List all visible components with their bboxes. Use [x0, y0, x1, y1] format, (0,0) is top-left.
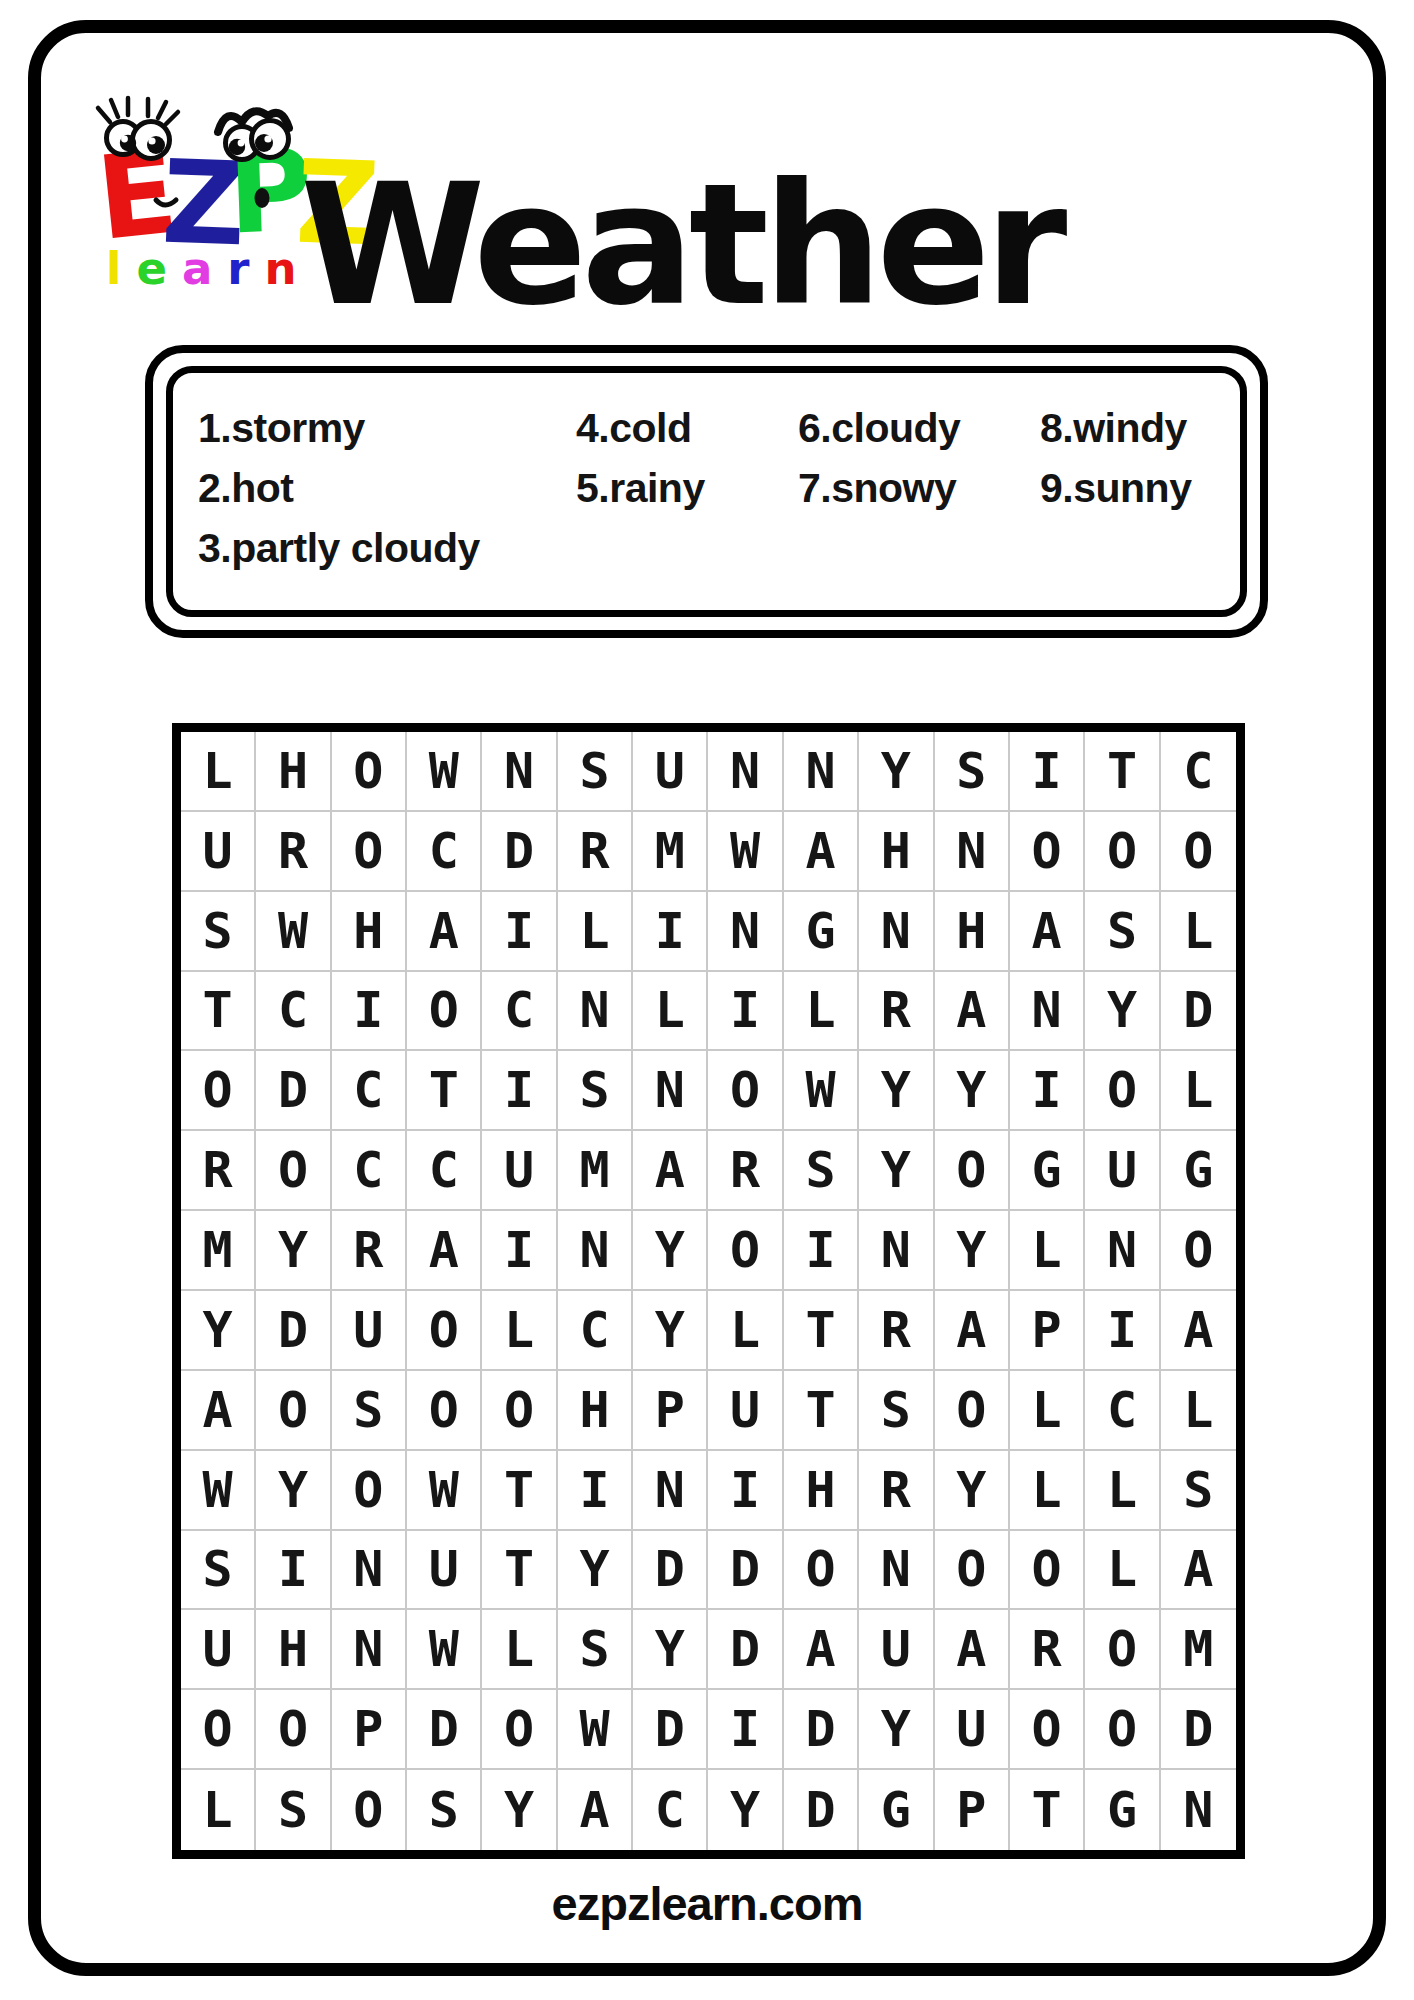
- grid-cell: D: [633, 1531, 708, 1611]
- word-list-item-hot: 2.hot: [198, 466, 576, 526]
- grid-cell: T: [482, 1531, 557, 1611]
- word-list-item-windy: 8.windy: [1040, 406, 1191, 466]
- grid-cell: Y: [1085, 972, 1160, 1052]
- grid-cell: W: [708, 812, 783, 892]
- grid-cell: P: [633, 1371, 708, 1451]
- grid-cell: N: [332, 1531, 407, 1611]
- grid-cell: M: [181, 1211, 256, 1291]
- grid-cell: O: [332, 1451, 407, 1531]
- grid-cell: C: [558, 1291, 633, 1371]
- grid-cell: L: [1085, 1531, 1160, 1611]
- page-title: Weather: [300, 161, 1050, 329]
- grid-cell: Y: [181, 1291, 256, 1371]
- grid-cell: U: [935, 1690, 1010, 1770]
- grid-cell: U: [181, 1610, 256, 1690]
- grid-cell: D: [784, 1770, 859, 1850]
- grid-cell: Y: [482, 1770, 557, 1850]
- grid-cell: H: [332, 892, 407, 972]
- grid-cell: U: [332, 1291, 407, 1371]
- grid-cell: L: [181, 732, 256, 812]
- grid-cell: N: [859, 1211, 934, 1291]
- grid-cell: N: [482, 732, 557, 812]
- grid-cell: M: [1161, 1610, 1236, 1690]
- grid-cell: W: [407, 1451, 482, 1531]
- grid-cell: N: [1161, 1770, 1236, 1850]
- grid-cell: U: [482, 1131, 557, 1211]
- logo-letter-a: a: [182, 242, 227, 295]
- grid-cell: Y: [633, 1610, 708, 1690]
- grid-cell: Y: [859, 1131, 934, 1211]
- grid-cell: N: [935, 812, 1010, 892]
- grid-cell: I: [482, 1211, 557, 1291]
- grid-cell: T: [407, 1051, 482, 1131]
- grid-cell: G: [1161, 1131, 1236, 1211]
- word-list-item-cold: 4.cold: [576, 406, 798, 466]
- word-list: 1.stormy 2.hot 3.partly cloudy 4.cold 5.…: [198, 406, 1191, 586]
- googly-eyes-icon: [90, 88, 380, 248]
- grid-cell: H: [256, 1610, 331, 1690]
- grid-cell: S: [784, 1131, 859, 1211]
- logo-letter-e2: e: [136, 242, 182, 295]
- grid-cell: S: [181, 1531, 256, 1611]
- grid-cell: O: [181, 1051, 256, 1131]
- grid-cell: O: [482, 1371, 557, 1451]
- grid-cell: N: [1085, 1211, 1160, 1291]
- grid-cell: P: [935, 1770, 1010, 1850]
- grid-cell: W: [256, 892, 331, 972]
- grid-cell: S: [1161, 1451, 1236, 1531]
- grid-cell: A: [1010, 892, 1085, 972]
- grid-cell: N: [708, 732, 783, 812]
- grid-cell: I: [558, 1451, 633, 1531]
- grid-cell: D: [1161, 1690, 1236, 1770]
- grid-cell: I: [332, 972, 407, 1052]
- grid-cell: L: [1161, 1371, 1236, 1451]
- grid-cell: Y: [935, 1451, 1010, 1531]
- grid-cell: A: [935, 1291, 1010, 1371]
- grid-cell: M: [633, 812, 708, 892]
- grid-cell: I: [708, 1690, 783, 1770]
- grid-cell: O: [407, 972, 482, 1052]
- grid-cell: D: [407, 1690, 482, 1770]
- grid-cell: W: [407, 1610, 482, 1690]
- grid-cell: A: [558, 1770, 633, 1850]
- grid-cell: O: [407, 1371, 482, 1451]
- grid-cell: R: [859, 1291, 934, 1371]
- grid-cell: D: [1161, 972, 1236, 1052]
- grid-cell: S: [181, 892, 256, 972]
- grid-cell: I: [633, 892, 708, 972]
- grid-cell: H: [859, 812, 934, 892]
- grid-cell: O: [1010, 1690, 1085, 1770]
- grid-cell: O: [332, 812, 407, 892]
- grid-cell: S: [935, 732, 1010, 812]
- grid-cell: L: [1085, 1451, 1160, 1531]
- grid-cell: U: [181, 812, 256, 892]
- grid-cell: Y: [859, 1690, 934, 1770]
- logo-word-learn: learn: [106, 246, 312, 291]
- grid-cell: O: [1010, 812, 1085, 892]
- grid-cell: N: [708, 892, 783, 972]
- grid-cell: O: [407, 1291, 482, 1371]
- grid-cell: N: [633, 1051, 708, 1131]
- grid-cell: O: [482, 1690, 557, 1770]
- grid-cell: P: [1010, 1291, 1085, 1371]
- grid-cell: O: [256, 1131, 331, 1211]
- grid-cell: S: [558, 1051, 633, 1131]
- grid-cell: O: [1085, 812, 1160, 892]
- grid-cell: N: [558, 1211, 633, 1291]
- grid-cell: O: [708, 1051, 783, 1131]
- grid-cell: T: [181, 972, 256, 1052]
- grid-cell: S: [558, 732, 633, 812]
- grid-cell: U: [859, 1610, 934, 1690]
- grid-cell: O: [1161, 812, 1236, 892]
- grid-cell: T: [784, 1291, 859, 1371]
- grid-cell: U: [633, 732, 708, 812]
- grid-cell: L: [1161, 892, 1236, 972]
- grid-cell: G: [859, 1770, 934, 1850]
- grid-cell: D: [784, 1690, 859, 1770]
- grid-cell: O: [1085, 1051, 1160, 1131]
- grid-cell: R: [708, 1131, 783, 1211]
- word-list-item-cloudy: 6.cloudy: [798, 406, 1040, 466]
- grid-cell: C: [1161, 732, 1236, 812]
- grid-cell: T: [1010, 1770, 1085, 1850]
- grid-cell: O: [256, 1690, 331, 1770]
- grid-cell: N: [1010, 972, 1085, 1052]
- grid-cell: O: [784, 1531, 859, 1611]
- grid-cell: L: [181, 1770, 256, 1850]
- grid-cell: D: [708, 1610, 783, 1690]
- grid-cell: L: [482, 1291, 557, 1371]
- grid-cell: C: [482, 972, 557, 1052]
- grid-cell: W: [784, 1051, 859, 1131]
- grid-cell: W: [407, 732, 482, 812]
- surprised-mouth-icon: [255, 188, 270, 208]
- grid-cell: R: [859, 1451, 934, 1531]
- grid-cell: L: [633, 972, 708, 1052]
- grid-cell: N: [859, 1531, 934, 1611]
- grid-cell: R: [558, 812, 633, 892]
- grid-cell: N: [558, 972, 633, 1052]
- grid-cell: T: [784, 1371, 859, 1451]
- grid-cell: A: [784, 1610, 859, 1690]
- grid-cell: C: [256, 972, 331, 1052]
- grid-cell: I: [1085, 1291, 1160, 1371]
- grid-cell: C: [332, 1131, 407, 1211]
- grid-cell: O: [708, 1211, 783, 1291]
- grid-cell: C: [1085, 1371, 1160, 1451]
- grid-cell: S: [256, 1770, 331, 1850]
- grid-cell: T: [482, 1451, 557, 1531]
- grid-cell: Y: [708, 1770, 783, 1850]
- smile-mouth-icon: [156, 200, 176, 205]
- grid-cell: Y: [859, 732, 934, 812]
- grid-cell: I: [784, 1211, 859, 1291]
- grid-cell: A: [784, 812, 859, 892]
- grid-cell: N: [633, 1451, 708, 1531]
- grid-cell: A: [1161, 1291, 1236, 1371]
- grid-cell: A: [633, 1131, 708, 1211]
- grid-cell: I: [708, 1451, 783, 1531]
- grid-cell: Y: [558, 1531, 633, 1611]
- word-list-item-snowy: 7.snowy: [798, 466, 1040, 526]
- grid-cell: G: [1085, 1770, 1160, 1850]
- grid-cell: W: [181, 1451, 256, 1531]
- grid-cell: A: [935, 1610, 1010, 1690]
- grid-cell: H: [935, 892, 1010, 972]
- logo-letter-l: l: [106, 242, 136, 295]
- grid-cell: O: [1085, 1610, 1160, 1690]
- grid-cell: D: [633, 1690, 708, 1770]
- grid-cell: Y: [256, 1211, 331, 1291]
- grid-cell: G: [784, 892, 859, 972]
- grid-cell: N: [859, 892, 934, 972]
- word-list-item-stormy: 1.stormy: [198, 406, 576, 466]
- grid-cell: D: [256, 1051, 331, 1131]
- grid-cell: N: [784, 732, 859, 812]
- grid-cell: S: [1085, 892, 1160, 972]
- grid-cell: O: [1010, 1531, 1085, 1611]
- grid-cell: O: [1161, 1211, 1236, 1291]
- word-list-item-rainy: 5.rainy: [576, 466, 798, 526]
- grid-cell: I: [482, 892, 557, 972]
- footer-site-url: ezpzlearn.com: [0, 1876, 1414, 1931]
- grid-cell: S: [859, 1371, 934, 1451]
- grid-cell: L: [1010, 1451, 1085, 1531]
- grid-cell: A: [1161, 1531, 1236, 1611]
- grid-cell: I: [708, 972, 783, 1052]
- grid-cell: M: [558, 1131, 633, 1211]
- grid-cell: P: [332, 1690, 407, 1770]
- grid-cell: S: [558, 1610, 633, 1690]
- grid-cell: O: [256, 1371, 331, 1451]
- grid-cell: H: [558, 1371, 633, 1451]
- grid-cell: O: [935, 1131, 1010, 1211]
- worksheet-page: { "game": "word-search", "title": "Weath…: [0, 0, 1414, 2000]
- grid-cell: R: [332, 1211, 407, 1291]
- grid-cell: T: [1085, 732, 1160, 812]
- grid-cell: Y: [256, 1451, 331, 1531]
- grid-cell: I: [256, 1531, 331, 1611]
- grid-cell: Y: [633, 1291, 708, 1371]
- grid-cell: Y: [633, 1211, 708, 1291]
- grid-cell: D: [708, 1531, 783, 1611]
- grid-cell: S: [332, 1371, 407, 1451]
- grid-cell: L: [1161, 1051, 1236, 1131]
- grid-cell: Y: [859, 1051, 934, 1131]
- grid-cell: C: [332, 1051, 407, 1131]
- grid-cell: A: [181, 1371, 256, 1451]
- grid-cell: R: [859, 972, 934, 1052]
- grid-cell: L: [708, 1291, 783, 1371]
- grid-cell: R: [256, 812, 331, 892]
- grid-cell: O: [332, 732, 407, 812]
- grid-cell: L: [1010, 1211, 1085, 1291]
- grid-cell: A: [407, 1211, 482, 1291]
- grid-cell: Y: [935, 1051, 1010, 1131]
- grid-cell: L: [482, 1610, 557, 1690]
- word-grid: LHOWNSUNNYSITCUROCDRMWAHNOOOSWHAILINGNHA…: [172, 723, 1245, 1859]
- grid-cell: A: [407, 892, 482, 972]
- word-list-item-partly-cloudy: 3.partly cloudy: [198, 526, 576, 586]
- grid-cell: U: [407, 1531, 482, 1611]
- logo-letter-r: r: [227, 242, 264, 295]
- grid-cell: H: [784, 1451, 859, 1531]
- grid-cell: N: [332, 1610, 407, 1690]
- grid-cell: O: [332, 1770, 407, 1850]
- grid-cell: L: [1010, 1371, 1085, 1451]
- grid-cell: S: [407, 1770, 482, 1850]
- grid-cell: U: [1085, 1131, 1160, 1211]
- word-list-item-sunny: 9.sunny: [1040, 466, 1191, 526]
- grid-cell: W: [558, 1690, 633, 1770]
- grid-cell: R: [1010, 1610, 1085, 1690]
- grid-cell: U: [708, 1371, 783, 1451]
- grid-cell: L: [784, 972, 859, 1052]
- grid-cell: D: [256, 1291, 331, 1371]
- grid-cell: G: [1010, 1131, 1085, 1211]
- grid-cell: H: [256, 732, 331, 812]
- grid-cell: C: [633, 1770, 708, 1850]
- grid-cell: I: [482, 1051, 557, 1131]
- grid-cell: D: [482, 812, 557, 892]
- grid-cell: Y: [935, 1211, 1010, 1291]
- grid-cell: O: [935, 1371, 1010, 1451]
- grid-cell: O: [935, 1531, 1010, 1611]
- grid-cell: R: [181, 1131, 256, 1211]
- grid-cell: L: [558, 892, 633, 972]
- grid-cell: I: [1010, 1051, 1085, 1131]
- grid-cell: O: [181, 1690, 256, 1770]
- grid-cell: C: [407, 812, 482, 892]
- grid-cell: I: [1010, 732, 1085, 812]
- eyelashes-icon: [98, 98, 178, 124]
- grid-cell: O: [1085, 1690, 1160, 1770]
- grid-cell: A: [935, 972, 1010, 1052]
- grid-cell: C: [407, 1131, 482, 1211]
